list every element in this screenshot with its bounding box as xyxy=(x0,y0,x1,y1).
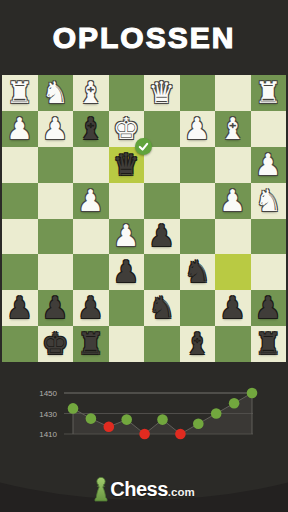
rating-point-9-win xyxy=(211,408,222,419)
rating-point-4-win xyxy=(121,414,132,425)
rating-point-1-win xyxy=(68,403,79,414)
square-a7[interactable]: ♟ xyxy=(251,290,287,326)
square-d1[interactable]: ♛ xyxy=(144,75,180,111)
square-h4[interactable] xyxy=(2,183,38,219)
black-pawn[interactable]: ♟ xyxy=(38,290,74,326)
white-bishop[interactable]: ♝ xyxy=(73,75,109,111)
white-knight[interactable]: ♞ xyxy=(38,75,74,111)
square-a3[interactable]: ♟ xyxy=(251,147,287,183)
chess-board[interactable]: ♜♞♝♛♜♟♟♝♚♟♝♛♟♟♟♞♟♟♟♞♟♟♟♞♟♟♚♜♝♜ xyxy=(2,75,286,362)
square-c7[interactable] xyxy=(180,290,216,326)
black-pawn[interactable]: ♟ xyxy=(73,290,109,326)
square-e5[interactable]: ♟ xyxy=(109,219,145,255)
square-a1[interactable]: ♜ xyxy=(251,75,287,111)
rating-point-5-loss xyxy=(139,429,150,440)
white-bishop[interactable]: ♝ xyxy=(215,111,251,147)
square-b3[interactable] xyxy=(215,147,251,183)
black-pawn[interactable]: ♟ xyxy=(144,219,180,255)
square-a4[interactable]: ♞ xyxy=(251,183,287,219)
square-b6[interactable] xyxy=(215,254,251,290)
square-c5[interactable] xyxy=(180,219,216,255)
square-b4[interactable]: ♟ xyxy=(215,183,251,219)
black-bishop[interactable]: ♝ xyxy=(73,111,109,147)
pawn-logo-icon xyxy=(93,475,109,503)
page-title: OPLOSSEN xyxy=(53,21,236,55)
square-a2[interactable] xyxy=(251,111,287,147)
white-pawn[interactable]: ♟ xyxy=(2,111,38,147)
rating-point-10-win xyxy=(229,398,240,409)
chesscom-logo[interactable]: Chess .com xyxy=(0,473,288,505)
rating-point-11-win xyxy=(247,388,258,399)
ytick-1450: 1450 xyxy=(39,389,57,398)
square-d7[interactable]: ♞ xyxy=(144,290,180,326)
square-f7[interactable]: ♟ xyxy=(73,290,109,326)
white-pawn[interactable]: ♟ xyxy=(109,219,145,255)
white-pawn[interactable]: ♟ xyxy=(38,111,74,147)
square-h3[interactable] xyxy=(2,147,38,183)
white-queen[interactable]: ♛ xyxy=(144,75,180,111)
white-knight[interactable]: ♞ xyxy=(251,183,287,219)
square-f2[interactable]: ♝ xyxy=(73,111,109,147)
white-pawn[interactable]: ♟ xyxy=(215,183,251,219)
square-e4[interactable] xyxy=(109,183,145,219)
rating-point-3-loss xyxy=(104,422,115,433)
square-c1[interactable] xyxy=(180,75,216,111)
square-b5[interactable] xyxy=(215,219,251,255)
black-knight[interactable]: ♞ xyxy=(144,290,180,326)
black-king[interactable]: ♚ xyxy=(38,326,74,362)
black-rook[interactable]: ♜ xyxy=(73,326,109,362)
brand-tld: .com xyxy=(168,486,195,498)
square-c8[interactable]: ♝ xyxy=(180,326,216,362)
square-d5[interactable]: ♟ xyxy=(144,219,180,255)
square-f5[interactable] xyxy=(73,219,109,255)
square-b8[interactable] xyxy=(215,326,251,362)
square-f1[interactable]: ♝ xyxy=(73,75,109,111)
white-pawn[interactable]: ♟ xyxy=(251,147,287,183)
rating-point-2-win xyxy=(86,413,97,424)
square-e1[interactable] xyxy=(109,75,145,111)
square-h5[interactable] xyxy=(2,219,38,255)
rating-point-6-win xyxy=(157,414,168,425)
correct-move-badge xyxy=(135,138,152,155)
square-g3[interactable] xyxy=(38,147,74,183)
ytick-1430: 1430 xyxy=(39,410,57,419)
app-screen: OPLOSSEN ♜♞♝♛♜♟♟♝♚♟♝♛♟♟♟♞♟♟♟♞♟♟♟♞♟♟♚♜♝♜ … xyxy=(0,0,288,512)
square-f4[interactable]: ♟ xyxy=(73,183,109,219)
white-pawn[interactable]: ♟ xyxy=(73,183,109,219)
square-g5[interactable] xyxy=(38,219,74,255)
white-rook[interactable]: ♜ xyxy=(251,75,287,111)
rating-chart: 145014301410 xyxy=(0,368,288,452)
square-c6[interactable]: ♞ xyxy=(180,254,216,290)
square-g1[interactable]: ♞ xyxy=(38,75,74,111)
black-pawn[interactable]: ♟ xyxy=(109,254,145,290)
square-a6[interactable] xyxy=(251,254,287,290)
square-c2[interactable]: ♟ xyxy=(180,111,216,147)
square-b1[interactable] xyxy=(215,75,251,111)
square-g6[interactable] xyxy=(38,254,74,290)
square-a8[interactable]: ♜ xyxy=(251,326,287,362)
black-rook[interactable]: ♜ xyxy=(251,326,287,362)
square-c4[interactable] xyxy=(180,183,216,219)
square-g4[interactable] xyxy=(38,183,74,219)
square-f3[interactable] xyxy=(73,147,109,183)
square-h1[interactable]: ♜ xyxy=(2,75,38,111)
square-g8[interactable]: ♚ xyxy=(38,326,74,362)
check-icon xyxy=(137,140,150,153)
rating-point-7-loss xyxy=(175,429,186,440)
square-c3[interactable] xyxy=(180,147,216,183)
square-f6[interactable] xyxy=(73,254,109,290)
square-a5[interactable] xyxy=(251,219,287,255)
brand-name: Chess xyxy=(110,478,168,501)
black-pawn[interactable]: ♟ xyxy=(215,290,251,326)
square-g7[interactable]: ♟ xyxy=(38,290,74,326)
square-b2[interactable]: ♝ xyxy=(215,111,251,147)
black-pawn[interactable]: ♟ xyxy=(251,290,287,326)
white-pawn[interactable]: ♟ xyxy=(180,111,216,147)
ytick-1410: 1410 xyxy=(39,430,57,439)
square-d8[interactable] xyxy=(144,326,180,362)
black-knight[interactable]: ♞ xyxy=(180,254,216,290)
square-e7[interactable] xyxy=(109,290,145,326)
header: OPLOSSEN xyxy=(0,0,288,75)
white-rook[interactable]: ♜ xyxy=(2,75,38,111)
square-h8[interactable] xyxy=(2,326,38,362)
square-g2[interactable]: ♟ xyxy=(38,111,74,147)
rating-point-8-win xyxy=(193,419,204,430)
black-pawn[interactable]: ♟ xyxy=(2,290,38,326)
square-d6[interactable] xyxy=(144,254,180,290)
square-b7[interactable]: ♟ xyxy=(215,290,251,326)
square-e6[interactable]: ♟ xyxy=(109,254,145,290)
square-h2[interactable]: ♟ xyxy=(2,111,38,147)
square-d4[interactable] xyxy=(144,183,180,219)
black-bishop[interactable]: ♝ xyxy=(180,326,216,362)
square-e8[interactable] xyxy=(109,326,145,362)
square-h7[interactable]: ♟ xyxy=(2,290,38,326)
square-f8[interactable]: ♜ xyxy=(73,326,109,362)
square-h6[interactable] xyxy=(2,254,38,290)
